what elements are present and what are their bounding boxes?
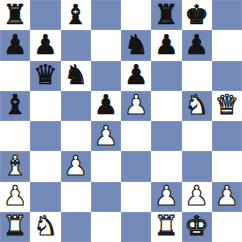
square-h8[interactable] <box>212 0 242 30</box>
square-a5[interactable]: ♝ <box>0 91 30 121</box>
piece-black-queen: ♛ <box>33 61 57 88</box>
piece-white-pawn: ♟ <box>185 182 209 209</box>
piece-white-pawn: ♟ <box>64 152 88 179</box>
square-h7[interactable] <box>212 30 242 60</box>
square-d1[interactable] <box>91 212 121 242</box>
square-c2[interactable] <box>61 182 91 212</box>
square-b1[interactable]: ♞ <box>30 212 60 242</box>
square-e1[interactable] <box>121 212 151 242</box>
square-a2[interactable]: ♟ <box>0 182 30 212</box>
square-b5[interactable] <box>30 91 60 121</box>
piece-black-rook: ♜ <box>154 1 178 28</box>
piece-white-queen: ♛ <box>215 91 239 118</box>
square-h3[interactable] <box>212 151 242 181</box>
square-h4[interactable] <box>212 121 242 151</box>
square-g5[interactable]: ♞ <box>182 91 212 121</box>
square-c8[interactable]: ♝ <box>61 0 91 30</box>
piece-white-pawn: ♟ <box>94 122 118 149</box>
square-c5[interactable] <box>61 91 91 121</box>
square-f2[interactable]: ♟ <box>151 182 181 212</box>
square-e3[interactable] <box>121 151 151 181</box>
chess-board: ♜♝♜♚♟♟♞♟♟♛♞♟♝♟♟♞♛♟♝♟♟♟♟♟♜♞♜♚ <box>0 0 242 242</box>
square-a4[interactable] <box>0 121 30 151</box>
square-e8[interactable] <box>121 0 151 30</box>
piece-black-king: ♚ <box>185 1 209 28</box>
square-a3[interactable]: ♝ <box>0 151 30 181</box>
piece-white-knight: ♞ <box>33 212 57 239</box>
square-c3[interactable]: ♟ <box>61 151 91 181</box>
square-e7[interactable]: ♞ <box>121 30 151 60</box>
square-h5[interactable]: ♛ <box>212 91 242 121</box>
piece-white-knight: ♞ <box>185 91 209 118</box>
square-g7[interactable]: ♟ <box>182 30 212 60</box>
square-d4[interactable]: ♟ <box>91 121 121 151</box>
piece-black-knight: ♞ <box>124 31 148 58</box>
square-d6[interactable] <box>91 61 121 91</box>
square-d3[interactable] <box>91 151 121 181</box>
piece-black-bishop: ♝ <box>64 1 88 28</box>
piece-white-pawn: ♟ <box>215 182 239 209</box>
piece-black-pawn: ♟ <box>185 31 209 58</box>
square-f1[interactable]: ♜ <box>151 212 181 242</box>
piece-white-bishop: ♝ <box>3 152 27 179</box>
piece-black-pawn: ♟ <box>94 91 118 118</box>
square-h6[interactable] <box>212 61 242 91</box>
square-f6[interactable] <box>151 61 181 91</box>
piece-white-pawn: ♟ <box>124 91 148 118</box>
square-g2[interactable]: ♟ <box>182 182 212 212</box>
piece-black-pawn: ♟ <box>124 61 148 88</box>
square-c7[interactable] <box>61 30 91 60</box>
piece-black-bishop: ♝ <box>3 91 27 118</box>
square-b7[interactable]: ♟ <box>30 30 60 60</box>
piece-white-rook: ♜ <box>3 212 27 239</box>
square-a6[interactable] <box>0 61 30 91</box>
square-f7[interactable]: ♟ <box>151 30 181 60</box>
square-e5[interactable]: ♟ <box>121 91 151 121</box>
square-f5[interactable] <box>151 91 181 121</box>
square-d5[interactable]: ♟ <box>91 91 121 121</box>
square-a1[interactable]: ♜ <box>0 212 30 242</box>
square-c6[interactable]: ♞ <box>61 61 91 91</box>
piece-black-knight: ♞ <box>64 61 88 88</box>
piece-white-pawn: ♟ <box>154 182 178 209</box>
square-c1[interactable] <box>61 212 91 242</box>
square-g3[interactable] <box>182 151 212 181</box>
square-d2[interactable] <box>91 182 121 212</box>
square-d8[interactable] <box>91 0 121 30</box>
square-g4[interactable] <box>182 121 212 151</box>
square-f8[interactable]: ♜ <box>151 0 181 30</box>
square-g6[interactable] <box>182 61 212 91</box>
square-b4[interactable] <box>30 121 60 151</box>
square-h2[interactable]: ♟ <box>212 182 242 212</box>
square-f3[interactable] <box>151 151 181 181</box>
piece-black-rook: ♜ <box>3 1 27 28</box>
piece-black-pawn: ♟ <box>154 31 178 58</box>
piece-white-pawn: ♟ <box>3 182 27 209</box>
piece-black-pawn: ♟ <box>33 31 57 58</box>
square-a8[interactable]: ♜ <box>0 0 30 30</box>
piece-white-king: ♚ <box>185 212 209 239</box>
square-d7[interactable] <box>91 30 121 60</box>
square-b3[interactable] <box>30 151 60 181</box>
square-b8[interactable] <box>30 0 60 30</box>
square-f4[interactable] <box>151 121 181 151</box>
square-e4[interactable] <box>121 121 151 151</box>
square-g8[interactable]: ♚ <box>182 0 212 30</box>
square-h1[interactable] <box>212 212 242 242</box>
piece-black-pawn: ♟ <box>3 31 27 58</box>
piece-white-rook: ♜ <box>154 212 178 239</box>
square-e6[interactable]: ♟ <box>121 61 151 91</box>
square-c4[interactable] <box>61 121 91 151</box>
square-e2[interactable] <box>121 182 151 212</box>
square-a7[interactable]: ♟ <box>0 30 30 60</box>
square-g1[interactable]: ♚ <box>182 212 212 242</box>
square-b6[interactable]: ♛ <box>30 61 60 91</box>
square-b2[interactable] <box>30 182 60 212</box>
